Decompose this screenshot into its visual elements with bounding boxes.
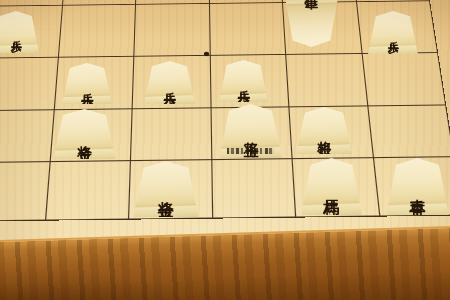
board-cell[interactable] xyxy=(45,161,130,220)
board-cell[interactable] xyxy=(130,108,211,161)
maker-signature xyxy=(227,148,274,154)
star-point xyxy=(204,52,209,56)
board-cell[interactable] xyxy=(0,57,58,111)
board-cell[interactable] xyxy=(0,110,54,163)
board-cell[interactable] xyxy=(209,2,286,55)
board-cell[interactable] xyxy=(0,162,50,221)
shogi-board-photo: 歩兵 飛車 歩兵 歩兵 歩兵 歩兵 金将 玉将 銀将 金将 桂馬 香車 xyxy=(0,0,450,300)
board-cell[interactable] xyxy=(211,159,295,218)
board-cell[interactable] xyxy=(362,52,446,106)
board-cell[interactable] xyxy=(286,53,368,107)
board-cell[interactable] xyxy=(367,105,450,158)
board-cell[interactable] xyxy=(134,3,210,56)
board-cell[interactable] xyxy=(58,4,136,57)
